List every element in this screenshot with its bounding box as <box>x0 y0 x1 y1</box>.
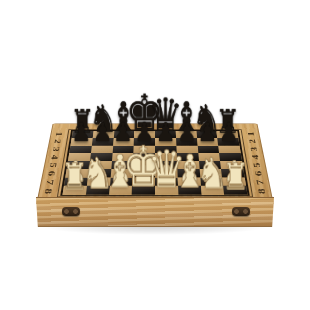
square[interactable]: ♟ <box>70 138 92 145</box>
metal-clasp-left <box>62 207 80 216</box>
board-box-front <box>36 197 274 227</box>
rank-label: 7 <box>247 173 274 192</box>
chess-board: HGFEDCBA 12345678 12345678 ♜♞♝♚♛♝♞♜♟♟♟♟♟… <box>36 124 274 205</box>
square[interactable]: ♞ <box>201 186 225 195</box>
board-field: ♜♞♝♚♛♝♞♜♟♟♟♟♟♟♟♟♟♟♟♟♟♟♟♟♜♞♝♚♛♝♞♜ <box>60 130 249 195</box>
square[interactable]: ♟ <box>217 138 239 145</box>
black-pawn[interactable]: ♟ <box>219 119 239 145</box>
white-rook[interactable]: ♜ <box>222 158 249 194</box>
black-pawn[interactable]: ♟ <box>198 119 218 145</box>
product-photo: HGFEDCBA 12345678 12345678 ♜♞♝♚♛♝♞♜♟♟♟♟♟… <box>0 0 310 310</box>
black-pawn[interactable]: ♟ <box>71 119 91 145</box>
square[interactable]: ♜ <box>223 186 247 195</box>
black-pawn[interactable]: ♟ <box>92 119 112 145</box>
rank-label: 7 <box>36 173 63 192</box>
metal-clasp-right <box>232 207 250 216</box>
